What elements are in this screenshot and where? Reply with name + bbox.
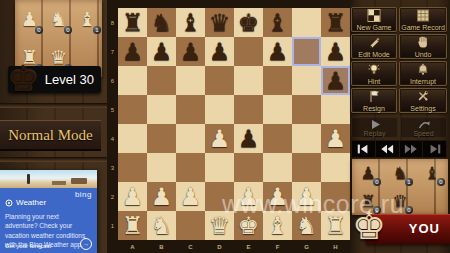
file-labels: ABCDEFGH <box>118 240 350 253</box>
weather-app-title: Weather <box>16 198 46 207</box>
piece-white-pawn: ♟ <box>151 185 173 209</box>
square-c1[interactable] <box>176 211 205 240</box>
square-a6[interactable] <box>118 66 147 95</box>
rank-label-3: 3 <box>107 153 118 182</box>
play-icon <box>368 119 382 130</box>
piece-white-pawn: ♟ <box>209 127 231 151</box>
step-forward-icon <box>404 144 418 154</box>
square-f8[interactable]: ♝ <box>263 8 292 37</box>
captured-count-badge: 0 <box>437 178 445 186</box>
shelf-edge <box>0 157 107 162</box>
score-sheet-icon <box>416 9 430 22</box>
square-g7[interactable] <box>292 37 321 66</box>
file-label-c: C <box>176 240 205 253</box>
square-a7[interactable]: ♟ <box>118 37 147 66</box>
settings-label: Settings <box>399 105 447 112</box>
rank-label-4: 4 <box>107 124 118 153</box>
captured-count-badge: 1 <box>405 178 413 186</box>
tray-slot-white-knight: ♞0 <box>44 0 73 38</box>
weather-ad-photo <box>0 170 97 188</box>
square-e1[interactable]: ♚ <box>234 211 263 240</box>
undo-label: Undo <box>399 51 447 58</box>
hint-label: Hint <box>351 78 397 85</box>
square-c4[interactable] <box>176 124 205 153</box>
white-bishop-icon: ♝ <box>79 10 96 29</box>
speed-label: Speed <box>400 130 447 137</box>
piece-black-pawn: ♟ <box>180 40 202 64</box>
square-g1[interactable]: ♞ <box>292 211 321 240</box>
pencil-icon <box>367 36 381 49</box>
square-e5[interactable] <box>234 95 263 124</box>
square-e4[interactable]: ♟ <box>234 124 263 153</box>
piece-black-knight: ♞ <box>151 11 173 35</box>
replay-label: Replay <box>351 130 398 137</box>
piece-black-king: ♚ <box>238 11 260 35</box>
speed-arrow-icon <box>417 119 431 130</box>
file-label-a: A <box>118 240 147 253</box>
step-back-icon <box>380 144 394 154</box>
square-d7[interactable]: ♟ <box>205 37 234 66</box>
piece-white-pawn: ♟ <box>122 185 144 209</box>
square-f2[interactable]: ♟ <box>263 182 292 211</box>
square-c3[interactable] <box>176 153 205 182</box>
square-g4[interactable] <box>292 124 321 153</box>
square-h1[interactable]: ♜ <box>321 211 350 240</box>
square-b6[interactable] <box>147 66 176 95</box>
square-d3[interactable] <box>205 153 234 182</box>
square-d8[interactable]: ♛ <box>205 8 234 37</box>
rank-label-2: 2 <box>107 182 118 211</box>
square-a4[interactable] <box>118 124 147 153</box>
square-b2[interactable]: ♟ <box>147 182 176 211</box>
rank-label-1: 1 <box>107 211 118 240</box>
piece-black-pawn: ♟ <box>325 40 347 64</box>
square-f7[interactable]: ♟ <box>263 37 292 66</box>
interrupt-button[interactable]: Interrupt <box>399 61 447 86</box>
bulb-icon <box>367 63 381 76</box>
white-pawn-icon: ♟ <box>21 10 38 29</box>
game-record-button[interactable]: Game Record <box>399 7 447 32</box>
edit-mode-label: Edit Mode <box>351 51 397 58</box>
shelf-edge <box>0 103 107 108</box>
rank-label-7: 7 <box>107 37 118 66</box>
square-h4[interactable]: ♟ <box>321 124 350 153</box>
tray-slot-white-bishop: ♝1 <box>73 0 102 38</box>
square-b3[interactable] <box>147 153 176 182</box>
square-g6[interactable] <box>292 66 321 95</box>
captured-count-badge: 0 <box>405 206 413 214</box>
chess-board: 87654321 ♜♞♝♛♚♝♜♟♟♟♟♟♟♟♟♟♟♟♟♟♟♟♟♜♞♛♚♝♞♜ … <box>107 0 350 253</box>
tray-slot-black-queen: ♛0 <box>384 187 416 215</box>
file-label-e: E <box>234 240 263 253</box>
file-label-d: D <box>205 240 234 253</box>
hint-button[interactable]: Hint <box>351 61 397 86</box>
square-g2[interactable]: ♟ <box>292 182 321 211</box>
rank-labels: 87654321 <box>107 8 118 240</box>
piece-black-bishop: ♝ <box>267 11 289 35</box>
piece-black-pawn: ♟ <box>238 127 260 151</box>
undo-button[interactable]: Undo <box>399 34 447 59</box>
piece-black-pawn: ♟ <box>122 40 144 64</box>
square-e7[interactable] <box>234 37 263 66</box>
piece-white-pawn: ♟ <box>238 185 260 209</box>
square-f4[interactable] <box>263 124 292 153</box>
weather-cta-link[interactable]: Get your forecast <box>5 243 51 249</box>
skip-to-end-button[interactable] <box>423 141 446 157</box>
new-game-label: New Game <box>351 24 397 31</box>
rank-label-6: 6 <box>107 66 118 95</box>
square-f6[interactable] <box>263 66 292 95</box>
square-h6[interactable]: ♟ <box>321 66 350 95</box>
captured-count-badge: 0 <box>373 178 381 186</box>
piece-white-rook: ♜ <box>122 214 144 238</box>
square-h3[interactable] <box>321 153 350 182</box>
step-back-button[interactable] <box>376 141 400 157</box>
square-e6[interactable] <box>234 66 263 95</box>
square-a2[interactable]: ♟ <box>118 182 147 211</box>
file-label-h: H <box>321 240 350 253</box>
button-grid: New Game Game Record Edit Mode <box>351 7 447 113</box>
step-forward-button[interactable] <box>400 141 424 157</box>
piece-black-queen: ♛ <box>209 11 231 35</box>
weather-ad-tile[interactable]: bing Weather Planning your next adventur… <box>0 170 97 253</box>
piece-white-knight: ♞ <box>296 214 318 238</box>
white-queen-icon: ♛ <box>50 48 67 67</box>
board-squares: ♜♞♝♛♚♝♜♟♟♟♟♟♟♟♟♟♟♟♟♟♟♟♟♜♞♛♚♝♞♜ <box>118 8 350 240</box>
piece-black-rook: ♜ <box>325 11 347 35</box>
weather-cta-arrow-icon[interactable]: → <box>80 238 92 250</box>
captured-count-badge: 1 <box>93 26 101 34</box>
mode-plaque: Normal Mode <box>0 120 101 151</box>
flag-icon <box>367 90 381 103</box>
square-a5[interactable] <box>118 95 147 124</box>
square-e3[interactable] <box>234 153 263 182</box>
tray-slot-black-pawn: ♟0 <box>352 159 384 187</box>
replay-controls: Replay Speed <box>351 117 447 138</box>
square-a1[interactable]: ♜ <box>118 211 147 240</box>
square-d4[interactable]: ♟ <box>205 124 234 153</box>
piece-white-bishop: ♝ <box>267 214 289 238</box>
app-window: 87654321 ♜♞♝♛♚♝♜♟♟♟♟♟♟♟♟♟♟♟♟♟♟♟♟♜♞♛♚♝♞♜ … <box>0 0 450 253</box>
square-d2[interactable] <box>205 182 234 211</box>
piece-black-pawn: ♟ <box>325 69 347 93</box>
piece-black-pawn: ♟ <box>209 40 231 64</box>
square-f1[interactable]: ♝ <box>263 211 292 240</box>
edit-mode-button[interactable]: Edit Mode <box>351 34 397 59</box>
game-record-label: Game Record <box>399 24 447 31</box>
tray-slot-white-pawn: ♟0 <box>15 0 44 38</box>
piece-black-pawn: ♟ <box>267 40 289 64</box>
skip-to-start-icon <box>356 144 370 154</box>
square-d5[interactable] <box>205 95 234 124</box>
new-game-button[interactable]: New Game <box>351 7 397 32</box>
square-c5[interactable] <box>176 95 205 124</box>
square-h2[interactable] <box>321 182 350 211</box>
square-b8[interactable]: ♞ <box>147 8 176 37</box>
skip-to-end-icon <box>428 144 442 154</box>
beach-chair <box>71 178 87 184</box>
skip-to-start-button[interactable] <box>352 141 376 157</box>
resign-button[interactable]: Resign <box>351 88 397 113</box>
square-b4[interactable] <box>147 124 176 153</box>
person-silhouette <box>27 174 30 184</box>
chessboard-icon <box>367 9 381 22</box>
piece-white-queen: ♛ <box>209 214 231 238</box>
piece-black-rook: ♜ <box>122 11 144 35</box>
square-h7[interactable]: ♟ <box>321 37 350 66</box>
bing-logo: bing <box>75 190 92 199</box>
settings-button[interactable]: Settings <box>399 88 447 113</box>
rank-label-8: 8 <box>107 8 118 37</box>
white-knight-icon: ♞ <box>50 10 67 29</box>
tools-icon <box>416 90 430 103</box>
rank-label-5: 5 <box>107 95 118 124</box>
square-a8[interactable]: ♜ <box>118 8 147 37</box>
speed-button[interactable]: Speed <box>400 117 447 138</box>
square-h5[interactable] <box>321 95 350 124</box>
piece-white-knight: ♞ <box>151 214 173 238</box>
square-b7[interactable]: ♟ <box>147 37 176 66</box>
tray-slot-black-knight: ♞1 <box>384 159 416 187</box>
square-d6[interactable] <box>205 66 234 95</box>
square-f5[interactable] <box>263 95 292 124</box>
piece-black-bishop: ♝ <box>180 11 202 35</box>
move-navigation-bar <box>351 140 447 158</box>
weather-ad-body: bing Weather Planning your next adventur… <box>0 188 97 253</box>
piece-black-pawn: ♟ <box>151 40 173 64</box>
bell-icon <box>416 63 430 76</box>
square-b5[interactable] <box>147 95 176 124</box>
square-a3[interactable] <box>118 153 147 182</box>
square-c6[interactable] <box>176 66 205 95</box>
msn-weather-logo-icon <box>5 199 13 207</box>
file-label-g: G <box>292 240 321 253</box>
piece-white-rook: ♜ <box>325 214 347 238</box>
square-b1[interactable]: ♞ <box>147 211 176 240</box>
piece-white-pawn: ♟ <box>267 185 289 209</box>
file-label-f: F <box>263 240 292 253</box>
interrupt-label: Interrupt <box>399 78 447 85</box>
square-g5[interactable] <box>292 95 321 124</box>
piece-white-king: ♚ <box>238 214 260 238</box>
square-c7[interactable]: ♟ <box>176 37 205 66</box>
square-c8[interactable]: ♝ <box>176 8 205 37</box>
replay-button[interactable]: Replay <box>351 117 398 138</box>
captured-count-badge: 0 <box>35 26 43 34</box>
piece-white-pawn: ♟ <box>296 185 318 209</box>
square-h8[interactable]: ♜ <box>321 8 350 37</box>
square-c2[interactable]: ♟ <box>176 182 205 211</box>
square-d1[interactable]: ♛ <box>205 211 234 240</box>
piece-white-pawn: ♟ <box>180 185 202 209</box>
piece-white-pawn: ♟ <box>325 127 347 151</box>
resign-label: Resign <box>351 105 397 112</box>
captured-count-badge: 0 <box>64 26 72 34</box>
square-g3[interactable] <box>292 153 321 182</box>
square-g8[interactable] <box>292 8 321 37</box>
tray-slot-black-bishop: ♝0 <box>416 159 448 187</box>
player-white-piece-icon: ♚ <box>350 201 388 251</box>
square-e8[interactable]: ♚ <box>234 8 263 37</box>
file-label-b: B <box>147 240 176 253</box>
square-e2[interactable]: ♟ <box>234 182 263 211</box>
square-f3[interactable] <box>263 153 292 182</box>
opponent-black-piece-icon: ♚ <box>3 57 43 101</box>
hand-icon <box>416 36 430 49</box>
